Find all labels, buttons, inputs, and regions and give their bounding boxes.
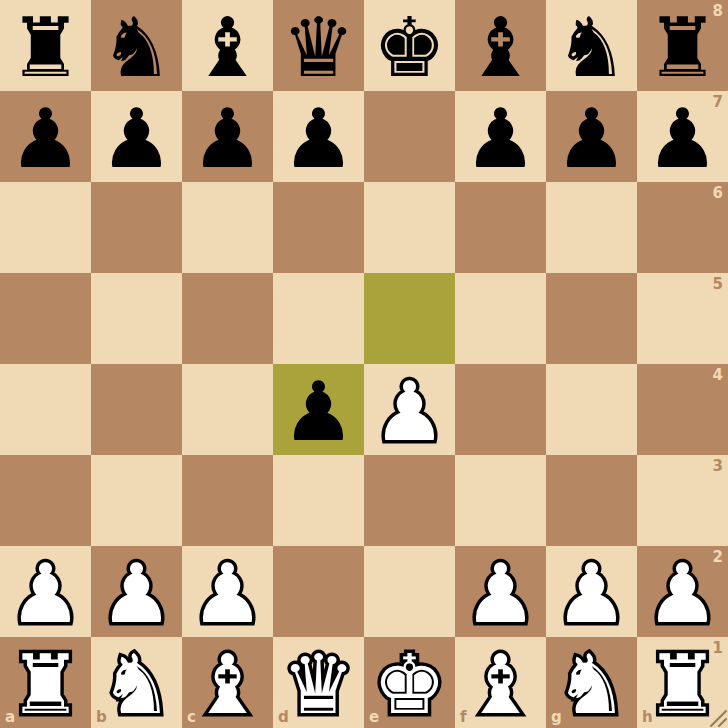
black-bishop[interactable]: ♝ <box>464 7 538 89</box>
square-b6[interactable] <box>91 182 182 273</box>
piece-fill: ♚ <box>373 637 447 728</box>
white-pawn[interactable]: ♟♟ <box>191 553 265 635</box>
square-c3[interactable] <box>182 455 273 546</box>
square-d5[interactable] <box>273 273 364 364</box>
black-pawn[interactable]: ♟ <box>646 98 720 180</box>
square-b1[interactable]: b♞♞ <box>91 637 182 728</box>
square-a7[interactable]: ♟ <box>0 91 91 182</box>
square-b5[interactable] <box>91 273 182 364</box>
square-g5[interactable] <box>546 273 637 364</box>
square-g7[interactable]: ♟ <box>546 91 637 182</box>
square-e5[interactable] <box>364 273 455 364</box>
piece-fill: ♛ <box>282 637 356 728</box>
square-c5[interactable] <box>182 273 273 364</box>
square-c2[interactable]: ♟♟ <box>182 546 273 637</box>
square-d3[interactable] <box>273 455 364 546</box>
white-knight[interactable]: ♞♞ <box>100 644 174 726</box>
black-knight[interactable]: ♞ <box>100 7 174 89</box>
square-f4[interactable] <box>455 364 546 455</box>
coordinate-rank-1: 1 <box>713 641 723 656</box>
black-king[interactable]: ♚ <box>373 7 447 89</box>
black-pawn[interactable]: ♟ <box>282 98 356 180</box>
square-h7[interactable]: 7♟ <box>637 91 728 182</box>
square-h4[interactable]: 4 <box>637 364 728 455</box>
black-bishop[interactable]: ♝ <box>191 7 265 89</box>
square-d4[interactable]: ♟ <box>273 364 364 455</box>
piece-fill: ♟ <box>555 546 629 641</box>
black-pawn[interactable]: ♟ <box>464 98 538 180</box>
piece-fill: ♞ <box>100 637 174 728</box>
square-d6[interactable] <box>273 182 364 273</box>
coordinate-file-g: g <box>551 710 562 725</box>
square-b2[interactable]: ♟♟ <box>91 546 182 637</box>
square-c8[interactable]: ♝ <box>182 0 273 91</box>
square-g6[interactable] <box>546 182 637 273</box>
square-g1[interactable]: g♞♞ <box>546 637 637 728</box>
black-pawn[interactable]: ♟ <box>100 98 174 180</box>
coordinate-file-f: f <box>460 710 467 725</box>
square-h6[interactable]: 6 <box>637 182 728 273</box>
square-e8[interactable]: ♚ <box>364 0 455 91</box>
square-c6[interactable] <box>182 182 273 273</box>
square-g3[interactable] <box>546 455 637 546</box>
square-b8[interactable]: ♞ <box>91 0 182 91</box>
square-a4[interactable] <box>0 364 91 455</box>
white-knight[interactable]: ♞♞ <box>555 644 629 726</box>
piece-fill: ♞ <box>555 637 629 728</box>
square-d8[interactable]: ♛ <box>273 0 364 91</box>
black-pawn[interactable]: ♟ <box>191 98 265 180</box>
square-f7[interactable]: ♟ <box>455 91 546 182</box>
black-queen[interactable]: ♛ <box>282 7 356 89</box>
coordinate-rank-5: 5 <box>713 277 723 292</box>
square-d1[interactable]: d♛♛ <box>273 637 364 728</box>
square-g4[interactable] <box>546 364 637 455</box>
square-c4[interactable] <box>182 364 273 455</box>
square-g2[interactable]: ♟♟ <box>546 546 637 637</box>
piece-fill: ♟ <box>464 546 538 641</box>
white-pawn[interactable]: ♟♟ <box>555 553 629 635</box>
square-e3[interactable] <box>364 455 455 546</box>
square-g8[interactable]: ♞ <box>546 0 637 91</box>
piece-fill: ♝ <box>191 637 265 728</box>
square-e1[interactable]: e♚♚ <box>364 637 455 728</box>
square-f6[interactable] <box>455 182 546 273</box>
coordinate-file-e: e <box>369 710 379 725</box>
square-h8[interactable]: 8♜ <box>637 0 728 91</box>
square-e7[interactable] <box>364 91 455 182</box>
square-b4[interactable] <box>91 364 182 455</box>
square-f8[interactable]: ♝ <box>455 0 546 91</box>
coordinate-file-a: a <box>5 710 15 725</box>
black-pawn[interactable]: ♟ <box>555 98 629 180</box>
coordinate-rank-7: 7 <box>713 95 723 110</box>
chess-board-container: ♜♞♝♛♚♝♞8♜♟♟♟♟♟♟7♟65♟♟♟43♟♟♟♟♟♟♟♟♟♟2♟♟a♜♜… <box>0 0 728 728</box>
coordinate-file-h: h <box>642 710 653 725</box>
square-e4[interactable]: ♟♟ <box>364 364 455 455</box>
black-pawn[interactable]: ♟ <box>9 98 83 180</box>
white-pawn[interactable]: ♟♟ <box>9 553 83 635</box>
coordinate-file-d: d <box>278 710 289 725</box>
coordinate-rank-4: 4 <box>713 368 723 383</box>
black-pawn[interactable]: ♟ <box>282 371 356 453</box>
coordinate-rank-6: 6 <box>713 186 723 201</box>
piece-fill: ♟ <box>100 546 174 641</box>
square-c1[interactable]: c♝♝ <box>182 637 273 728</box>
square-f2[interactable]: ♟♟ <box>455 546 546 637</box>
square-a2[interactable]: ♟♟ <box>0 546 91 637</box>
square-a8[interactable]: ♜ <box>0 0 91 91</box>
coordinate-rank-3: 3 <box>713 459 723 474</box>
piece-fill: ♝ <box>464 637 538 728</box>
coordinate-rank-8: 8 <box>713 4 723 19</box>
square-h3[interactable]: 3 <box>637 455 728 546</box>
square-f3[interactable] <box>455 455 546 546</box>
square-h2[interactable]: 2♟♟ <box>637 546 728 637</box>
white-pawn[interactable]: ♟♟ <box>464 553 538 635</box>
square-a6[interactable] <box>0 182 91 273</box>
square-h5[interactable]: 5 <box>637 273 728 364</box>
square-d7[interactable]: ♟ <box>273 91 364 182</box>
white-queen[interactable]: ♛♛ <box>282 644 356 726</box>
coordinate-file-c: c <box>187 710 196 725</box>
piece-fill: ♟ <box>646 546 720 641</box>
square-c7[interactable]: ♟ <box>182 91 273 182</box>
white-rook[interactable]: ♜♜ <box>9 644 83 726</box>
black-knight[interactable]: ♞ <box>555 7 629 89</box>
black-rook[interactable]: ♜ <box>646 7 720 89</box>
white-pawn[interactable]: ♟♟ <box>646 553 720 635</box>
white-bishop[interactable]: ♝♝ <box>464 644 538 726</box>
piece-fill: ♟ <box>191 546 265 641</box>
square-e2[interactable] <box>364 546 455 637</box>
square-a5[interactable] <box>0 273 91 364</box>
piece-fill: ♜ <box>9 637 83 728</box>
resize-diagonal-lines-icon <box>704 704 728 728</box>
square-e6[interactable] <box>364 182 455 273</box>
board-resize-handle[interactable] <box>704 704 728 728</box>
black-rook[interactable]: ♜ <box>9 7 83 89</box>
square-a3[interactable] <box>0 455 91 546</box>
square-b7[interactable]: ♟ <box>91 91 182 182</box>
white-bishop[interactable]: ♝♝ <box>191 644 265 726</box>
piece-fill: ♟ <box>373 364 447 459</box>
white-king[interactable]: ♚♚ <box>373 644 447 726</box>
square-a1[interactable]: a♜♜ <box>0 637 91 728</box>
white-pawn[interactable]: ♟♟ <box>373 371 447 453</box>
square-b3[interactable] <box>91 455 182 546</box>
coordinate-file-b: b <box>96 710 107 725</box>
white-pawn[interactable]: ♟♟ <box>100 553 174 635</box>
chess-board: ♜♞♝♛♚♝♞8♜♟♟♟♟♟♟7♟65♟♟♟43♟♟♟♟♟♟♟♟♟♟2♟♟a♜♜… <box>0 0 728 728</box>
square-f5[interactable] <box>455 273 546 364</box>
square-f1[interactable]: f♝♝ <box>455 637 546 728</box>
piece-fill: ♟ <box>9 546 83 641</box>
square-d2[interactable] <box>273 546 364 637</box>
coordinate-rank-2: 2 <box>713 550 723 565</box>
